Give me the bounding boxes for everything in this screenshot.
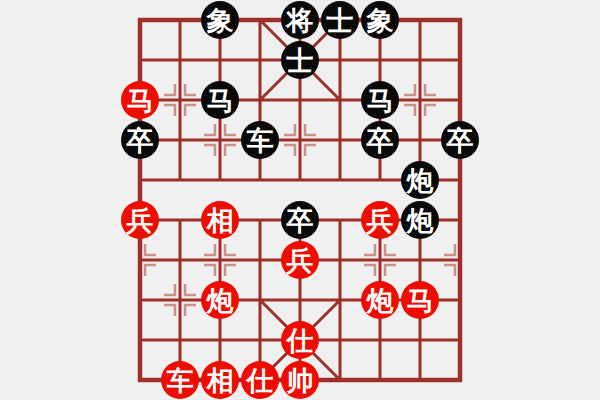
piece-red-soldier[interactable]: 兵	[361, 201, 399, 239]
piece-black-soldier[interactable]: 卒	[441, 121, 479, 159]
piece-black-chariot[interactable]: 车	[241, 121, 279, 159]
piece-black-advisor[interactable]: 士	[321, 1, 359, 39]
piece-black-soldier[interactable]: 卒	[361, 121, 399, 159]
piece-black-elephant[interactable]: 象	[361, 1, 399, 39]
piece-black-horse[interactable]: 马	[201, 81, 239, 119]
piece-black-general[interactable]: 将	[281, 1, 319, 39]
pieces-layer: 象将士象士马马马卒车卒卒炮兵相卒兵炮兵炮炮马仕车相仕帅	[0, 0, 600, 400]
piece-black-soldier[interactable]: 卒	[281, 201, 319, 239]
piece-black-advisor[interactable]: 士	[281, 41, 319, 79]
piece-red-advisor[interactable]: 仕	[241, 361, 279, 399]
piece-red-general[interactable]: 帅	[281, 361, 319, 399]
piece-red-cannon[interactable]: 炮	[361, 281, 399, 319]
piece-red-chariot[interactable]: 车	[161, 361, 199, 399]
piece-red-horse[interactable]: 马	[401, 281, 439, 319]
piece-red-horse[interactable]: 马	[121, 81, 159, 119]
piece-black-cannon[interactable]: 炮	[401, 161, 439, 199]
xiangqi-board-stage: 象将士象士马马马卒车卒卒炮兵相卒兵炮兵炮炮马仕车相仕帅	[0, 0, 600, 400]
piece-black-soldier[interactable]: 卒	[121, 121, 159, 159]
piece-black-horse[interactable]: 马	[361, 81, 399, 119]
piece-red-advisor[interactable]: 仕	[281, 321, 319, 359]
piece-black-elephant[interactable]: 象	[201, 1, 239, 39]
piece-red-cannon[interactable]: 炮	[201, 281, 239, 319]
piece-red-elephant[interactable]: 相	[201, 201, 239, 239]
piece-red-soldier[interactable]: 兵	[281, 241, 319, 279]
piece-red-elephant[interactable]: 相	[201, 361, 239, 399]
piece-black-cannon[interactable]: 炮	[401, 201, 439, 239]
piece-red-soldier[interactable]: 兵	[121, 201, 159, 239]
